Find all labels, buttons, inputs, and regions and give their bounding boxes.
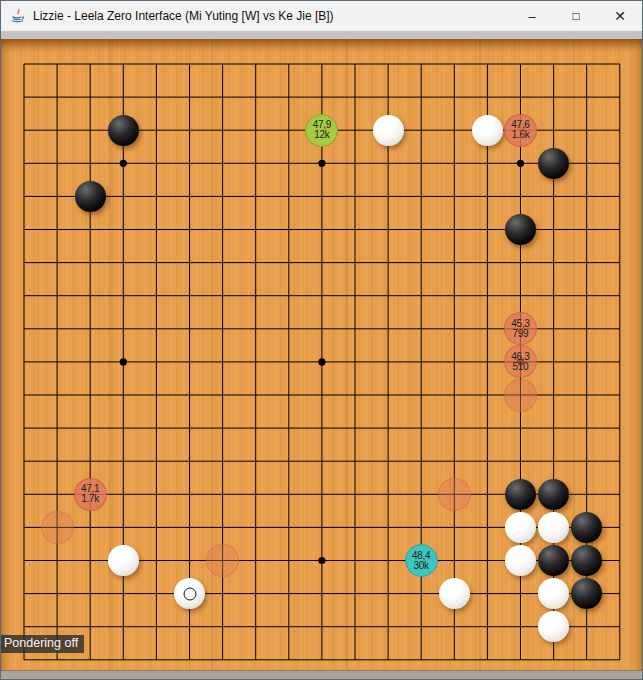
analysis-circle-O6[interactable] — [438, 478, 471, 511]
stone-black-Q6 — [505, 479, 536, 510]
stone-black-Q14 — [505, 214, 536, 245]
stone-white-R3 — [538, 578, 569, 609]
visits-text: 30k — [414, 561, 429, 571]
stone-white-M17 — [373, 115, 404, 146]
stone-white-Q4 — [505, 545, 536, 576]
visits-text: 12k — [314, 130, 329, 140]
analysis-circle-K17[interactable]: 47,912k — [305, 114, 338, 147]
visits-text: 1.6k — [512, 130, 530, 140]
stone-white-Q5 — [505, 512, 536, 543]
stone-black-S5 — [571, 512, 602, 543]
stone-white-F3 — [174, 578, 205, 609]
star-point — [318, 557, 325, 564]
board-bottom-strip — [1, 670, 642, 679]
window-title: Lizzie - Leela Zero Interface (Mi Yuting… — [33, 9, 334, 23]
analysis-circle-B5[interactable] — [41, 511, 74, 544]
stone-black-D17 — [108, 115, 139, 146]
analysis-circle-Q9[interactable] — [504, 379, 537, 412]
stone-black-R16 — [538, 148, 569, 179]
last-move-marker — [183, 587, 196, 600]
star-point — [120, 358, 127, 365]
minimize-button[interactable]: – — [510, 1, 554, 31]
stone-white-R5 — [538, 512, 569, 543]
analysis-circle-N4[interactable]: 48,430k — [405, 544, 438, 577]
stone-black-S4 — [571, 545, 602, 576]
visits-text: 1.7k — [81, 494, 99, 504]
stone-white-D4 — [108, 545, 139, 576]
star-point — [318, 160, 325, 167]
visits-text: 510 — [513, 362, 529, 372]
stone-black-C15 — [75, 181, 106, 212]
star-point — [120, 160, 127, 167]
stone-white-P17 — [472, 115, 503, 146]
close-button[interactable]: ✕ — [598, 1, 642, 31]
go-board[interactable]: 48,430k47,912k47,61.6k47,11.7k45,379946,… — [1, 39, 642, 679]
java-icon[interactable] — [9, 8, 26, 25]
pondering-label: Pondering off — [1, 635, 84, 653]
maximize-button[interactable]: □ — [554, 1, 598, 31]
stone-black-R4 — [538, 545, 569, 576]
star-point — [318, 358, 325, 365]
star-point — [517, 160, 524, 167]
visits-text: 799 — [513, 329, 529, 339]
stone-white-O3 — [439, 578, 470, 609]
winrate-text: 48,4 — [412, 551, 430, 561]
title-bar: Lizzie - Leela Zero Interface (Mi Yuting… — [1, 1, 642, 31]
stone-black-R6 — [538, 479, 569, 510]
analysis-circle-Q17[interactable]: 47,61.6k — [504, 114, 537, 147]
analysis-circle-G4[interactable] — [206, 544, 239, 577]
title-gray-strip — [1, 31, 642, 39]
analysis-circle-C6[interactable]: 47,11.7k — [74, 478, 107, 511]
lizzie-window: Lizzie - Leela Zero Interface (Mi Yuting… — [0, 0, 643, 680]
